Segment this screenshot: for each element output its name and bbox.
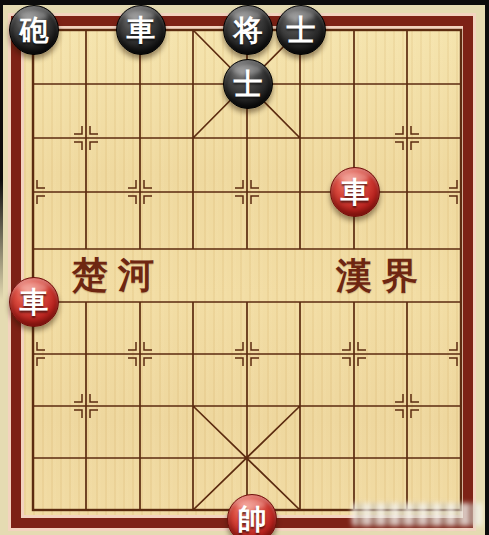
black-general-piece[interactable]: 将 — [223, 5, 273, 55]
red-chariot-piece[interactable]: 車 — [330, 167, 380, 217]
black-advisor-piece[interactable]: 士 — [223, 59, 273, 109]
xiangqi-app: 楚河 漢界 砲車将士士車車帥 — [0, 0, 489, 535]
black-chariot-piece[interactable]: 車 — [116, 5, 166, 55]
red-chariot-piece[interactable]: 車 — [9, 277, 59, 327]
river-label-chu-he: 楚河 — [72, 256, 164, 292]
black-advisor-piece[interactable]: 士 — [276, 5, 326, 55]
black-cannon-piece[interactable]: 砲 — [9, 5, 59, 55]
watermark-blur — [352, 503, 482, 526]
screen-edge-right — [485, 0, 489, 535]
screen-edge-left — [0, 0, 3, 300]
screen-edge-top — [0, 0, 489, 5]
river-label-han-jie: 漢界 — [336, 257, 428, 293]
